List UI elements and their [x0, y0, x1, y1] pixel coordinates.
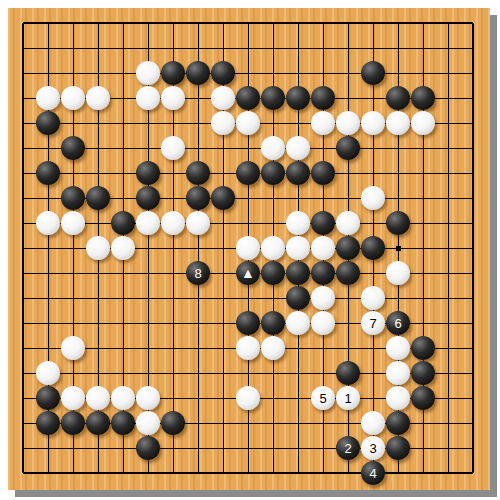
stone-black	[336, 236, 360, 260]
stone-white	[161, 136, 185, 160]
stone-white	[161, 86, 185, 110]
stone-white	[411, 111, 435, 135]
stone-black	[336, 261, 360, 285]
stone-black	[236, 161, 260, 185]
stone-white	[336, 211, 360, 235]
stone-black	[311, 261, 335, 285]
stone-white	[286, 311, 310, 335]
stone-white	[61, 86, 85, 110]
stone-black	[36, 411, 60, 435]
stone-black	[186, 61, 210, 85]
go-game-screenshot: 8▲7651234	[0, 0, 500, 500]
stone-black	[36, 161, 60, 185]
stone-white: 7	[361, 311, 385, 335]
stone-black	[411, 336, 435, 360]
stone-black	[411, 361, 435, 385]
stone-white	[136, 211, 160, 235]
stone-black	[311, 86, 335, 110]
move-number-label: 8	[194, 267, 201, 280]
stone-black	[286, 286, 310, 310]
triangle-marker: ▲	[241, 266, 255, 280]
stone-white	[236, 236, 260, 260]
stone-black	[261, 311, 285, 335]
stone-black	[236, 311, 260, 335]
stone-black	[261, 161, 285, 185]
stone-white	[111, 236, 135, 260]
stone-white	[386, 336, 410, 360]
stone-white	[261, 236, 285, 260]
stone-white	[261, 136, 285, 160]
stone-black	[111, 211, 135, 235]
stone-black	[386, 411, 410, 435]
stone-white	[311, 311, 335, 335]
stone-white	[36, 361, 60, 385]
stone-black	[261, 86, 285, 110]
stone-black	[61, 186, 85, 210]
star-point	[396, 246, 401, 251]
stone-black	[386, 211, 410, 235]
stone-black	[386, 436, 410, 460]
stone-white	[386, 111, 410, 135]
stone-white	[311, 236, 335, 260]
stone-white	[286, 211, 310, 235]
stone-black	[211, 61, 235, 85]
stone-white	[361, 111, 385, 135]
stone-black	[286, 161, 310, 185]
stone-white	[286, 236, 310, 260]
stone-black	[161, 411, 185, 435]
move-number-label: 3	[369, 442, 376, 455]
stone-black	[311, 211, 335, 235]
stone-black	[411, 386, 435, 410]
stone-black	[86, 411, 110, 435]
stone-black	[386, 86, 410, 110]
stone-white	[211, 111, 235, 135]
stone-white	[136, 386, 160, 410]
stone-white	[136, 61, 160, 85]
stone-white	[311, 286, 335, 310]
stone-white	[136, 86, 160, 110]
move-number-label: 7	[369, 317, 376, 330]
stone-black	[361, 61, 385, 85]
stone-white	[86, 236, 110, 260]
stone-black	[86, 186, 110, 210]
stone-black	[211, 186, 235, 210]
stone-white	[386, 386, 410, 410]
stone-black	[336, 136, 360, 160]
stone-black	[261, 261, 285, 285]
move-number-label: 4	[369, 467, 376, 480]
stone-white: 3	[361, 436, 385, 460]
stone-white	[36, 86, 60, 110]
stone-white	[161, 211, 185, 235]
stone-white	[361, 186, 385, 210]
stone-white	[386, 361, 410, 385]
stone-black	[186, 161, 210, 185]
stone-black	[411, 86, 435, 110]
stone-white	[311, 111, 335, 135]
stone-black	[286, 86, 310, 110]
stone-black	[361, 236, 385, 260]
stone-white	[336, 111, 360, 135]
stone-black	[36, 111, 60, 135]
stone-white: 1	[336, 386, 360, 410]
stone-white	[361, 286, 385, 310]
stone-white	[236, 111, 260, 135]
move-number-label: 6	[394, 317, 401, 330]
move-number-label: 5	[319, 392, 326, 405]
stone-black	[336, 361, 360, 385]
stone-black: ▲	[236, 261, 260, 285]
stone-black	[136, 161, 160, 185]
stone-white	[386, 261, 410, 285]
stone-black	[286, 261, 310, 285]
stone-white	[86, 386, 110, 410]
stone-black: 4	[361, 461, 385, 485]
stone-black	[61, 411, 85, 435]
stone-white	[211, 86, 235, 110]
stone-white	[236, 336, 260, 360]
stone-black: 6	[386, 311, 410, 335]
stone-white	[361, 411, 385, 435]
stone-white	[261, 336, 285, 360]
stone-black	[161, 61, 185, 85]
stone-white	[61, 336, 85, 360]
stone-black	[236, 86, 260, 110]
go-board[interactable]: 8▲7651234	[8, 8, 490, 490]
stone-black: 2	[336, 436, 360, 460]
stone-black	[136, 436, 160, 460]
move-number-label: 2	[344, 442, 351, 455]
stone-white	[36, 211, 60, 235]
stone-black	[111, 411, 135, 435]
stone-black	[136, 186, 160, 210]
stone-black	[61, 136, 85, 160]
stone-white	[86, 86, 110, 110]
stone-white	[136, 411, 160, 435]
stone-black	[186, 186, 210, 210]
stone-black	[36, 386, 60, 410]
stone-white	[186, 211, 210, 235]
stone-white	[236, 386, 260, 410]
stone-white	[111, 386, 135, 410]
stone-white	[61, 386, 85, 410]
stone-white: 5	[311, 386, 335, 410]
stone-black	[311, 161, 335, 185]
stone-white	[61, 211, 85, 235]
stone-black: 8	[186, 261, 210, 285]
move-number-label: 1	[344, 392, 351, 405]
stone-white	[286, 136, 310, 160]
